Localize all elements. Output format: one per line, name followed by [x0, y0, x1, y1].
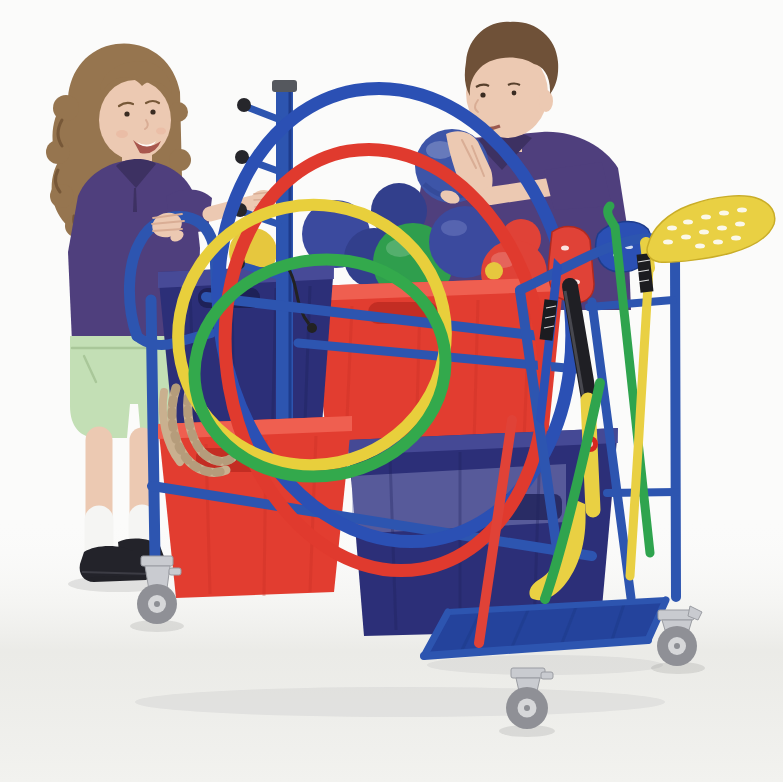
stick-label-band — [546, 300, 551, 340]
boy-sleeve — [544, 162, 612, 210]
girl-blush — [116, 130, 128, 138]
boy-right-eye — [512, 91, 517, 96]
brake-lever — [169, 568, 181, 575]
yellow-ball-peek — [485, 262, 503, 280]
brake-lever — [541, 672, 553, 679]
yellow-stick-label-band — [643, 254, 647, 292]
girl-left-eye — [124, 111, 129, 116]
cart-floor-shadow — [135, 687, 665, 717]
scene-svg — [0, 0, 783, 782]
boy-left-eye — [480, 92, 485, 97]
hoop-post-cap — [272, 80, 297, 92]
boy-ear — [539, 90, 553, 112]
girl-right-eye — [150, 109, 155, 114]
photo-canvas: Studio product photograph: two young chi… — [0, 0, 783, 782]
stick-platform — [424, 600, 666, 675]
girl-face — [99, 80, 171, 160]
peg-cap-1 — [237, 98, 251, 112]
